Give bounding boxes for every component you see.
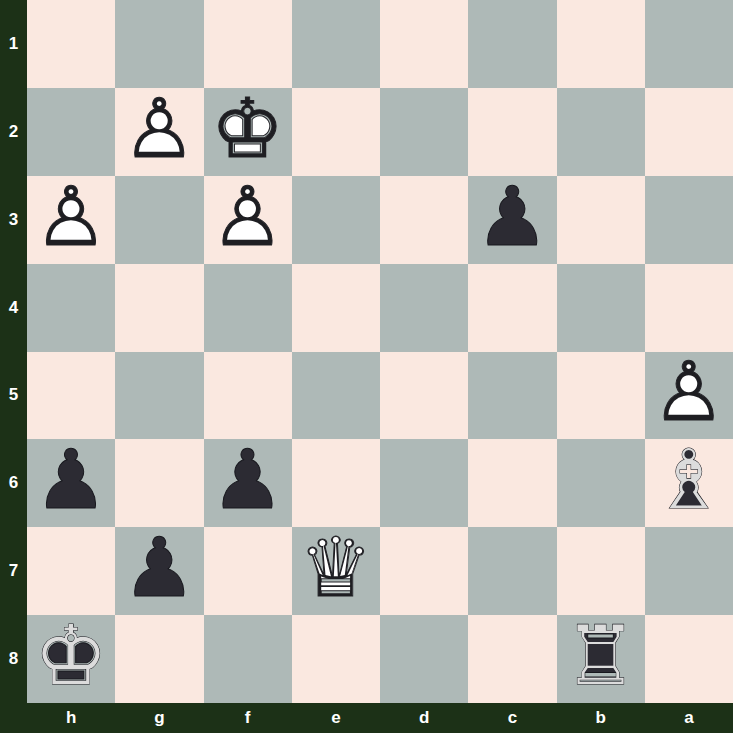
square-a1[interactable]: [645, 0, 733, 88]
chess-board: 12♟♙♚♔3♟♙♟♙♟45♟♙6♟♟♝♗7♟♛♕8♚♔♜♖hgfedcba: [0, 0, 733, 733]
square-h1[interactable]: [27, 0, 115, 88]
piece-white-pawn[interactable]: ♟♙: [645, 352, 733, 440]
square-e7[interactable]: ♛♕: [292, 527, 380, 615]
square-g7[interactable]: ♟: [115, 527, 203, 615]
rank-label-6: 6: [0, 439, 27, 527]
square-a2[interactable]: [645, 88, 733, 176]
file-label-h: h: [27, 703, 115, 733]
square-e1[interactable]: [292, 0, 380, 88]
square-e4[interactable]: [292, 264, 380, 352]
square-g1[interactable]: [115, 0, 203, 88]
square-d4[interactable]: [380, 264, 468, 352]
piece-glyph-outline: ♙: [34, 176, 108, 258]
square-a7[interactable]: [645, 527, 733, 615]
square-g4[interactable]: [115, 264, 203, 352]
rank-label-3: 3: [0, 176, 27, 264]
board-corner: [0, 703, 27, 733]
square-e5[interactable]: [292, 352, 380, 440]
square-e3[interactable]: [292, 176, 380, 264]
square-d1[interactable]: [380, 0, 468, 88]
rank-label-8: 8: [0, 615, 27, 703]
square-a3[interactable]: [645, 176, 733, 264]
square-b8[interactable]: ♜♖: [557, 615, 645, 703]
square-c8[interactable]: [468, 615, 556, 703]
square-d6[interactable]: [380, 439, 468, 527]
square-e8[interactable]: [292, 615, 380, 703]
file-label-e: e: [292, 703, 380, 733]
square-h3[interactable]: ♟♙: [27, 176, 115, 264]
square-h7[interactable]: [27, 527, 115, 615]
piece-white-queen[interactable]: ♛♕: [292, 527, 380, 615]
square-g5[interactable]: [115, 352, 203, 440]
square-b6[interactable]: [557, 439, 645, 527]
square-b1[interactable]: [557, 0, 645, 88]
square-c1[interactable]: [468, 0, 556, 88]
square-d7[interactable]: [380, 527, 468, 615]
piece-black-pawn[interactable]: ♟: [115, 527, 203, 615]
rank-label-7: 7: [0, 527, 27, 615]
piece-glyph-outline: ♙: [652, 351, 726, 433]
square-b5[interactable]: [557, 352, 645, 440]
piece-white-pawn[interactable]: ♟♙: [115, 88, 203, 176]
square-d2[interactable]: [380, 88, 468, 176]
file-label-g: g: [115, 703, 203, 733]
square-c2[interactable]: [468, 88, 556, 176]
piece-black-king[interactable]: ♚♔: [27, 615, 115, 703]
square-g8[interactable]: [115, 615, 203, 703]
file-label-c: c: [468, 703, 556, 733]
square-c4[interactable]: [468, 264, 556, 352]
square-a8[interactable]: [645, 615, 733, 703]
piece-black-pawn[interactable]: ♟: [27, 439, 115, 527]
square-c3[interactable]: ♟: [468, 176, 556, 264]
rank-label-5: 5: [0, 352, 27, 440]
square-f1[interactable]: [204, 0, 292, 88]
square-e6[interactable]: [292, 439, 380, 527]
square-g3[interactable]: [115, 176, 203, 264]
piece-black-rook[interactable]: ♜♖: [557, 615, 645, 703]
square-b2[interactable]: [557, 88, 645, 176]
piece-black-pawn[interactable]: ♟: [204, 439, 292, 527]
piece-glyph-outline: ♕: [299, 527, 373, 609]
piece-glyph-fill: ♟: [34, 439, 108, 521]
piece-glyph-outline: ♙: [123, 88, 197, 170]
square-f7[interactable]: [204, 527, 292, 615]
square-c6[interactable]: [468, 439, 556, 527]
piece-glyph-outline: ♖: [564, 615, 638, 697]
rank-label-1: 1: [0, 0, 27, 88]
piece-glyph-fill: ♟: [211, 439, 285, 521]
rank-label-4: 4: [0, 264, 27, 352]
square-a5[interactable]: ♟♙: [645, 352, 733, 440]
piece-white-pawn[interactable]: ♟♙: [204, 176, 292, 264]
square-h5[interactable]: [27, 352, 115, 440]
square-d8[interactable]: [380, 615, 468, 703]
square-a6[interactable]: ♝♗: [645, 439, 733, 527]
square-f2[interactable]: ♚♔: [204, 88, 292, 176]
piece-glyph-outline: ♔: [211, 88, 285, 170]
square-g2[interactable]: ♟♙: [115, 88, 203, 176]
piece-white-king[interactable]: ♚♔: [204, 88, 292, 176]
square-h6[interactable]: ♟: [27, 439, 115, 527]
file-label-a: a: [645, 703, 733, 733]
square-c5[interactable]: [468, 352, 556, 440]
piece-glyph-outline: ♗: [652, 439, 726, 521]
square-f5[interactable]: [204, 352, 292, 440]
file-label-d: d: [380, 703, 468, 733]
square-b7[interactable]: [557, 527, 645, 615]
file-label-b: b: [557, 703, 645, 733]
square-e2[interactable]: [292, 88, 380, 176]
square-d5[interactable]: [380, 352, 468, 440]
square-c7[interactable]: [468, 527, 556, 615]
piece-glyph-outline: ♙: [211, 176, 285, 258]
square-b3[interactable]: [557, 176, 645, 264]
square-f6[interactable]: ♟: [204, 439, 292, 527]
piece-glyph-fill: ♟: [476, 176, 550, 258]
square-h8[interactable]: ♚♔: [27, 615, 115, 703]
piece-black-bishop[interactable]: ♝♗: [645, 439, 733, 527]
square-h4[interactable]: [27, 264, 115, 352]
square-b4[interactable]: [557, 264, 645, 352]
square-f4[interactable]: [204, 264, 292, 352]
square-h2[interactable]: [27, 88, 115, 176]
square-a4[interactable]: [645, 264, 733, 352]
square-f3[interactable]: ♟♙: [204, 176, 292, 264]
piece-black-pawn[interactable]: ♟: [468, 176, 556, 264]
square-f8[interactable]: [204, 615, 292, 703]
rank-label-2: 2: [0, 88, 27, 176]
square-g6[interactable]: [115, 439, 203, 527]
piece-glyph-outline: ♔: [34, 615, 108, 697]
file-label-f: f: [204, 703, 292, 733]
piece-white-pawn[interactable]: ♟♙: [27, 176, 115, 264]
square-d3[interactable]: [380, 176, 468, 264]
piece-glyph-fill: ♟: [123, 527, 197, 609]
